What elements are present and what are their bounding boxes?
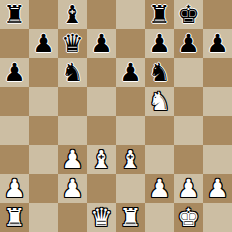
- square-e5[interactable]: [116, 87, 145, 116]
- square-a2[interactable]: ♟: [0, 174, 29, 203]
- square-f5[interactable]: ♞: [145, 87, 174, 116]
- square-d6[interactable]: [87, 58, 116, 87]
- piece-white-king[interactable]: ♚: [177, 203, 199, 232]
- square-d2[interactable]: [87, 174, 116, 203]
- square-g4[interactable]: [174, 116, 203, 145]
- square-g8[interactable]: ♚: [174, 0, 203, 29]
- square-g2[interactable]: ♟: [174, 174, 203, 203]
- square-d8[interactable]: [87, 0, 116, 29]
- piece-black-pawn[interactable]: ♟: [90, 29, 112, 58]
- square-f4[interactable]: [145, 116, 174, 145]
- square-a6[interactable]: ♟: [0, 58, 29, 87]
- square-e2[interactable]: [116, 174, 145, 203]
- square-a1[interactable]: ♜: [0, 203, 29, 232]
- piece-white-pawn[interactable]: ♟: [61, 174, 83, 203]
- piece-black-pawn[interactable]: ♟: [3, 58, 25, 87]
- square-e6[interactable]: ♟: [116, 58, 145, 87]
- piece-white-rook[interactable]: ♜: [3, 203, 25, 232]
- square-c1[interactable]: [58, 203, 87, 232]
- square-h5[interactable]: [203, 87, 232, 116]
- piece-white-queen[interactable]: ♛: [90, 203, 112, 232]
- square-d5[interactable]: [87, 87, 116, 116]
- square-f2[interactable]: ♟: [145, 174, 174, 203]
- square-c2[interactable]: ♟: [58, 174, 87, 203]
- square-e3[interactable]: ♝: [116, 145, 145, 174]
- piece-black-knight[interactable]: ♞: [148, 58, 170, 87]
- piece-white-knight[interactable]: ♞: [148, 87, 170, 116]
- piece-white-pawn[interactable]: ♟: [177, 174, 199, 203]
- square-c5[interactable]: [58, 87, 87, 116]
- square-a4[interactable]: [0, 116, 29, 145]
- square-g3[interactable]: [174, 145, 203, 174]
- square-f1[interactable]: [145, 203, 174, 232]
- square-f7[interactable]: ♟: [145, 29, 174, 58]
- square-g5[interactable]: [174, 87, 203, 116]
- piece-black-pawn[interactable]: ♟: [148, 29, 170, 58]
- square-c6[interactable]: ♞: [58, 58, 87, 87]
- piece-white-pawn[interactable]: ♟: [206, 174, 228, 203]
- square-g6[interactable]: [174, 58, 203, 87]
- piece-white-bishop[interactable]: ♝: [90, 145, 112, 174]
- square-e1[interactable]: ♜: [116, 203, 145, 232]
- piece-black-pawn[interactable]: ♟: [206, 29, 228, 58]
- square-c7[interactable]: ♛: [58, 29, 87, 58]
- square-b7[interactable]: ♟: [29, 29, 58, 58]
- square-f3[interactable]: [145, 145, 174, 174]
- piece-white-bishop[interactable]: ♝: [119, 145, 141, 174]
- square-f8[interactable]: ♜: [145, 0, 174, 29]
- square-b4[interactable]: [29, 116, 58, 145]
- piece-black-rook[interactable]: ♜: [3, 0, 25, 29]
- piece-white-pawn[interactable]: ♟: [148, 174, 170, 203]
- square-b1[interactable]: [29, 203, 58, 232]
- square-h2[interactable]: ♟: [203, 174, 232, 203]
- square-a5[interactable]: [0, 87, 29, 116]
- square-h3[interactable]: [203, 145, 232, 174]
- square-d4[interactable]: [87, 116, 116, 145]
- square-b3[interactable]: [29, 145, 58, 174]
- square-b5[interactable]: [29, 87, 58, 116]
- piece-black-pawn[interactable]: ♟: [177, 29, 199, 58]
- piece-black-rook[interactable]: ♜: [148, 0, 170, 29]
- square-h8[interactable]: [203, 0, 232, 29]
- piece-black-queen[interactable]: ♛: [61, 29, 83, 58]
- square-c3[interactable]: ♟: [58, 145, 87, 174]
- square-d1[interactable]: ♛: [87, 203, 116, 232]
- square-g7[interactable]: ♟: [174, 29, 203, 58]
- square-c8[interactable]: ♝: [58, 0, 87, 29]
- square-h4[interactable]: [203, 116, 232, 145]
- piece-black-pawn[interactable]: ♟: [119, 58, 141, 87]
- square-h6[interactable]: [203, 58, 232, 87]
- square-h1[interactable]: [203, 203, 232, 232]
- square-b8[interactable]: [29, 0, 58, 29]
- piece-black-pawn[interactable]: ♟: [32, 29, 54, 58]
- square-d7[interactable]: ♟: [87, 29, 116, 58]
- square-c4[interactable]: [58, 116, 87, 145]
- square-e8[interactable]: [116, 0, 145, 29]
- piece-black-knight[interactable]: ♞: [61, 58, 83, 87]
- square-a7[interactable]: [0, 29, 29, 58]
- square-a3[interactable]: [0, 145, 29, 174]
- square-e7[interactable]: [116, 29, 145, 58]
- square-g1[interactable]: ♚: [174, 203, 203, 232]
- square-b6[interactable]: [29, 58, 58, 87]
- square-a8[interactable]: ♜: [0, 0, 29, 29]
- square-b2[interactable]: [29, 174, 58, 203]
- piece-white-rook[interactable]: ♜: [119, 203, 141, 232]
- piece-black-bishop[interactable]: ♝: [61, 0, 83, 29]
- piece-black-king[interactable]: ♚: [177, 0, 199, 29]
- piece-white-pawn[interactable]: ♟: [61, 145, 83, 174]
- square-h7[interactable]: ♟: [203, 29, 232, 58]
- square-f6[interactable]: ♞: [145, 58, 174, 87]
- piece-white-pawn[interactable]: ♟: [3, 174, 25, 203]
- chess-board: ♜♝♜♚♟♛♟♟♟♟♟♞♟♞♞♟♝♝♟♟♟♟♟♜♛♜♚: [0, 0, 232, 232]
- square-e4[interactable]: [116, 116, 145, 145]
- square-d3[interactable]: ♝: [87, 145, 116, 174]
